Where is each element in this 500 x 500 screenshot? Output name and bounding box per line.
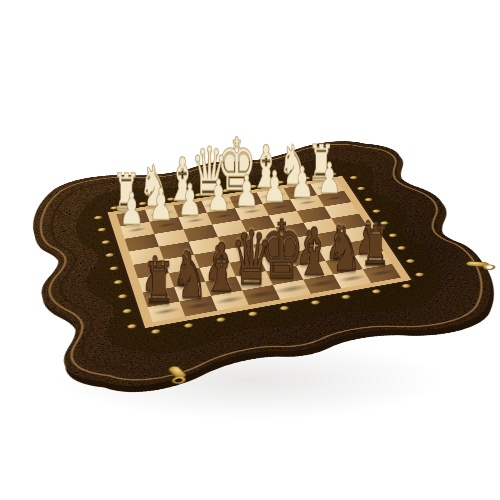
board-3d-scene: ♜♞♝♛♚♝♞♜♟♟♟♟♟♟♟♟♟♟♟♟♟♟♟♟♜♞♝♛♚♝♞♜: [0, 0, 500, 500]
product-photo-stage: ♜♞♝♛♚♝♞♜♟♟♟♟♟♟♟♟♟♟♟♟♟♟♟♟♜♞♝♛♚♝♞♜: [0, 0, 500, 500]
chess-board: ♜♞♝♛♚♝♞♜♟♟♟♟♟♟♟♟♟♟♟♟♟♟♟♟♜♞♝♛♚♝♞♜: [0, 122, 500, 424]
